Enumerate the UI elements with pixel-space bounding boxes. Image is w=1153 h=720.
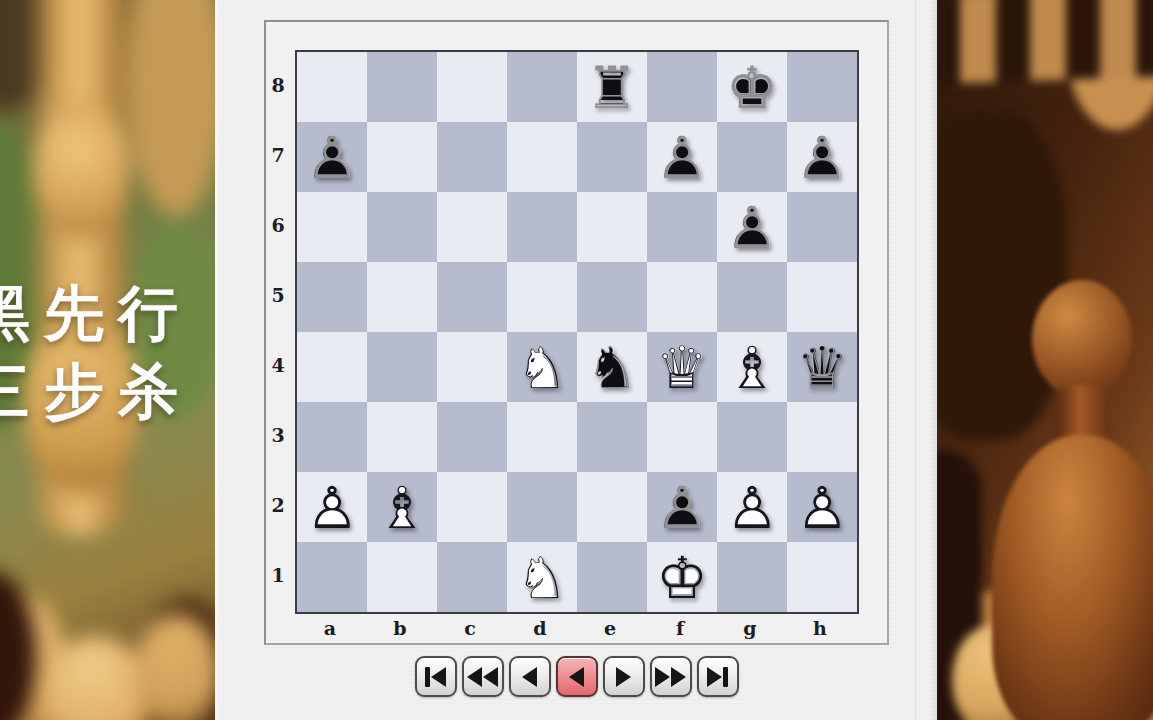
square-a2[interactable]: ♟♙	[297, 472, 367, 542]
go-to-start-button[interactable]	[415, 656, 457, 697]
square-c5[interactable]	[437, 262, 507, 332]
white-bishop-icon[interactable]: ♝♗	[717, 332, 787, 402]
white-pawn-icon[interactable]: ♟♙	[717, 472, 787, 542]
fast-forward-button[interactable]	[650, 656, 692, 697]
file-labels: abcdefgh	[295, 612, 855, 644]
square-d1[interactable]: ♞♘	[507, 542, 577, 612]
panel-groove	[915, 0, 916, 720]
fast-backward-button[interactable]	[462, 656, 504, 697]
square-d3[interactable]	[507, 402, 577, 472]
white-bishop-icon[interactable]: ♝♗	[367, 472, 437, 542]
square-c8[interactable]	[437, 52, 507, 122]
file-label-a: a	[295, 612, 365, 644]
square-b6[interactable]	[367, 192, 437, 262]
square-b1[interactable]	[367, 542, 437, 612]
square-e2[interactable]	[577, 472, 647, 542]
skip-to-end-icon	[707, 667, 728, 687]
square-a6[interactable]	[297, 192, 367, 262]
square-c3[interactable]	[437, 402, 507, 472]
step-forward-button[interactable]	[603, 656, 645, 697]
square-g7[interactable]	[717, 122, 787, 192]
rank-label-3: 3	[262, 400, 294, 470]
rank-label-7: 7	[262, 120, 294, 190]
file-label-d: d	[505, 612, 575, 644]
wooden-king-piece	[992, 270, 1153, 720]
step-forward-icon	[616, 667, 631, 687]
square-e8[interactable]: ♜♖	[577, 52, 647, 122]
black-pawn-icon[interactable]: ♟♙	[297, 122, 367, 192]
square-a4[interactable]	[297, 332, 367, 402]
square-a5[interactable]	[297, 262, 367, 332]
black-rook-icon[interactable]: ♜♖	[577, 52, 647, 122]
square-c6[interactable]	[437, 192, 507, 262]
background-photo-right	[937, 0, 1153, 720]
square-b8[interactable]	[367, 52, 437, 122]
chess-board: ♜♖♚♔♟♙♟♙♟♙♟♙♞♘♞♘♛♕♝♗♛♕♟♙♝♗♟♙♟♙♟♙♞♘♚♔	[295, 50, 859, 614]
square-f7[interactable]: ♟♙	[647, 122, 717, 192]
caption-mate-in-three: 三步杀	[0, 361, 192, 421]
square-b7[interactable]	[367, 122, 437, 192]
black-queen-icon[interactable]: ♛♕	[787, 332, 857, 402]
square-f1[interactable]: ♚♔	[647, 542, 717, 612]
square-b4[interactable]	[367, 332, 437, 402]
rank-label-5: 5	[262, 260, 294, 330]
file-label-h: h	[785, 612, 855, 644]
board-grid: ♜♖♚♔♟♙♟♙♟♙♟♙♞♘♞♘♛♕♝♗♛♕♟♙♝♗♟♙♟♙♟♙♞♘♚♔	[297, 52, 857, 612]
rank-label-8: 8	[262, 50, 294, 120]
file-label-g: g	[715, 612, 785, 644]
square-g6[interactable]: ♟♙	[717, 192, 787, 262]
square-d7[interactable]	[507, 122, 577, 192]
square-f5[interactable]	[647, 262, 717, 332]
white-knight-icon[interactable]: ♞♘	[507, 542, 577, 612]
square-g5[interactable]	[717, 262, 787, 332]
file-label-c: c	[435, 612, 505, 644]
square-h8[interactable]	[787, 52, 857, 122]
square-d5[interactable]	[507, 262, 577, 332]
square-h7[interactable]: ♟♙	[787, 122, 857, 192]
white-pawn-icon[interactable]: ♟♙	[787, 472, 857, 542]
fast-forward-icon	[655, 667, 686, 687]
square-c7[interactable]	[437, 122, 507, 192]
rank-label-2: 2	[262, 470, 294, 540]
square-b3[interactable]	[367, 402, 437, 472]
square-g8[interactable]: ♚♔	[717, 52, 787, 122]
file-label-b: b	[365, 612, 435, 644]
square-e1[interactable]	[577, 542, 647, 612]
black-knight-icon[interactable]: ♞♘	[577, 332, 647, 402]
square-h5[interactable]	[787, 262, 857, 332]
square-g1[interactable]	[717, 542, 787, 612]
square-d4[interactable]: ♞♘	[507, 332, 577, 402]
square-h1[interactable]	[787, 542, 857, 612]
black-pawn-icon[interactable]: ♟♙	[647, 472, 717, 542]
square-d2[interactable]	[507, 472, 577, 542]
square-g4[interactable]: ♝♗	[717, 332, 787, 402]
square-e6[interactable]	[577, 192, 647, 262]
square-f2[interactable]: ♟♙	[647, 472, 717, 542]
square-a8[interactable]	[297, 52, 367, 122]
square-c2[interactable]	[437, 472, 507, 542]
step-backward-icon	[522, 667, 537, 687]
fast-backward-icon	[467, 667, 498, 687]
square-a7[interactable]: ♟♙	[297, 122, 367, 192]
square-h3[interactable]	[787, 402, 857, 472]
white-king-icon[interactable]: ♚♔	[647, 542, 717, 612]
screen: 黑先行 三步杀 87654321 ♜♖♚♔♟♙♟♙♟♙♟♙♞♘♞♘♛♕♝♗♛♕♟…	[0, 0, 1153, 720]
rank-labels: 87654321	[262, 50, 294, 610]
move-navigation-toolbar	[264, 656, 889, 697]
caption-black-moves-first: 黑先行	[0, 283, 192, 343]
square-f4[interactable]: ♛♕	[647, 332, 717, 402]
black-pawn-icon[interactable]: ♟♙	[717, 192, 787, 262]
square-e4[interactable]: ♞♘	[577, 332, 647, 402]
step-backward-icon	[569, 667, 584, 687]
square-e7[interactable]	[577, 122, 647, 192]
square-f8[interactable]	[647, 52, 717, 122]
square-h6[interactable]	[787, 192, 857, 262]
black-pawn-icon[interactable]: ♟♙	[787, 122, 857, 192]
square-e3[interactable]	[577, 402, 647, 472]
square-g2[interactable]: ♟♙	[717, 472, 787, 542]
file-label-e: e	[575, 612, 645, 644]
square-g3[interactable]	[717, 402, 787, 472]
black-king-icon[interactable]: ♚♔	[717, 52, 787, 122]
square-f3[interactable]	[647, 402, 717, 472]
square-f6[interactable]	[647, 192, 717, 262]
square-d6[interactable]	[507, 192, 577, 262]
square-b5[interactable]	[367, 262, 437, 332]
rank-label-1: 1	[262, 540, 294, 610]
file-label-f: f	[645, 612, 715, 644]
step-backward-button[interactable]	[509, 656, 551, 697]
white-queen-icon[interactable]: ♛♕	[647, 332, 717, 402]
square-d8[interactable]	[507, 52, 577, 122]
step-backward-active-button[interactable]	[556, 656, 598, 697]
square-c1[interactable]	[437, 542, 507, 612]
square-a3[interactable]	[297, 402, 367, 472]
rank-label-6: 6	[262, 190, 294, 260]
square-c4[interactable]	[437, 332, 507, 402]
black-pawn-icon[interactable]: ♟♙	[647, 122, 717, 192]
square-h4[interactable]: ♛♕	[787, 332, 857, 402]
square-e5[interactable]	[577, 262, 647, 332]
square-h2[interactable]: ♟♙	[787, 472, 857, 542]
square-a1[interactable]	[297, 542, 367, 612]
go-to-end-button[interactable]	[697, 656, 739, 697]
square-b2[interactable]: ♝♗	[367, 472, 437, 542]
skip-to-start-icon	[425, 667, 446, 687]
white-knight-icon[interactable]: ♞♘	[507, 332, 577, 402]
white-pawn-icon[interactable]: ♟♙	[297, 472, 367, 542]
rank-label-4: 4	[262, 330, 294, 400]
